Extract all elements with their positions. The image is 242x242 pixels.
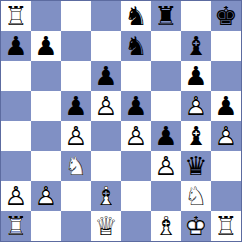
square-c2[interactable] [61, 181, 91, 211]
white-pawn: ♟♙ [181, 91, 211, 121]
white-pawn: ♟♙ [91, 91, 121, 121]
square-h1[interactable]: ♜♖ [211, 211, 241, 241]
square-d3[interactable] [91, 151, 121, 181]
square-f4[interactable]: ♟ [151, 121, 181, 151]
white-rook: ♜♖ [1, 211, 31, 241]
square-g2[interactable]: ♞♘ [181, 181, 211, 211]
square-e1[interactable] [121, 211, 151, 241]
square-g1[interactable]: ♚♔ [181, 211, 211, 241]
square-a7[interactable]: ♟ [1, 31, 31, 61]
square-c3[interactable]: ♞♘ [61, 151, 91, 181]
square-b2[interactable]: ♟♙ [31, 181, 61, 211]
white-queen: ♛♕ [91, 211, 121, 241]
square-g3[interactable]: ♛ [181, 151, 211, 181]
white-pawn: ♟♙ [211, 121, 241, 151]
square-f2[interactable] [151, 181, 181, 211]
square-a2[interactable]: ♟♙ [1, 181, 31, 211]
black-knight: ♞ [121, 1, 151, 31]
square-c4[interactable]: ♟♙ [61, 121, 91, 151]
square-h6[interactable] [211, 61, 241, 91]
white-pawn: ♟♙ [1, 181, 31, 211]
square-b5[interactable] [31, 91, 61, 121]
square-h3[interactable] [211, 151, 241, 181]
square-g4[interactable]: ♝ [181, 121, 211, 151]
square-e2[interactable] [121, 181, 151, 211]
white-pawn: ♟♙ [121, 121, 151, 151]
square-f7[interactable] [151, 31, 181, 61]
square-e6[interactable] [121, 61, 151, 91]
square-h5[interactable]: ♟ [211, 91, 241, 121]
square-e3[interactable] [121, 151, 151, 181]
square-e8[interactable]: ♞ [121, 1, 151, 31]
square-g5[interactable]: ♟♙ [181, 91, 211, 121]
square-d1[interactable]: ♛♕ [91, 211, 121, 241]
chess-board: ♜♖♞♜♚♟♟♞♝♟♟♟♟♙♟♟♙♟♟♙♟♙♟♝♟♙♞♘♟♙♛♟♙♟♙♝♗♞♘♜… [0, 0, 242, 242]
square-f1[interactable]: ♝♗ [151, 211, 181, 241]
square-d6[interactable]: ♟ [91, 61, 121, 91]
white-pawn: ♟♙ [31, 181, 61, 211]
black-pawn: ♟ [31, 31, 61, 61]
square-d5[interactable]: ♟♙ [91, 91, 121, 121]
black-rook: ♜ [151, 1, 181, 31]
square-g8[interactable] [181, 1, 211, 31]
black-pawn: ♟ [181, 61, 211, 91]
square-e7[interactable]: ♞ [121, 31, 151, 61]
square-d8[interactable] [91, 1, 121, 31]
black-king: ♚ [211, 1, 241, 31]
square-a8[interactable]: ♜♖ [1, 1, 31, 31]
square-f6[interactable] [151, 61, 181, 91]
square-a6[interactable] [1, 61, 31, 91]
square-c1[interactable] [61, 211, 91, 241]
square-h8[interactable]: ♚ [211, 1, 241, 31]
white-rook: ♜♖ [1, 1, 31, 31]
black-bishop: ♝ [181, 121, 211, 151]
square-f8[interactable]: ♜ [151, 1, 181, 31]
square-h4[interactable]: ♟♙ [211, 121, 241, 151]
square-f3[interactable]: ♟♙ [151, 151, 181, 181]
square-f5[interactable] [151, 91, 181, 121]
black-pawn: ♟ [61, 91, 91, 121]
square-c7[interactable] [61, 31, 91, 61]
white-bishop: ♝♗ [91, 181, 121, 211]
black-pawn: ♟ [121, 91, 151, 121]
square-d7[interactable] [91, 31, 121, 61]
black-pawn: ♟ [151, 121, 181, 151]
black-pawn: ♟ [1, 31, 31, 61]
white-bishop: ♝♗ [151, 211, 181, 241]
square-a4[interactable] [1, 121, 31, 151]
white-pawn: ♟♙ [61, 121, 91, 151]
square-b1[interactable] [31, 211, 61, 241]
square-b3[interactable] [31, 151, 61, 181]
square-a5[interactable] [1, 91, 31, 121]
black-queen: ♛ [181, 151, 211, 181]
square-d2[interactable]: ♝♗ [91, 181, 121, 211]
white-rook: ♜♖ [211, 211, 241, 241]
square-d4[interactable] [91, 121, 121, 151]
white-pawn: ♟♙ [151, 151, 181, 181]
black-bishop: ♝ [181, 31, 211, 61]
square-h2[interactable] [211, 181, 241, 211]
square-a1[interactable]: ♜♖ [1, 211, 31, 241]
square-b7[interactable]: ♟ [31, 31, 61, 61]
square-e5[interactable]: ♟ [121, 91, 151, 121]
square-b4[interactable] [31, 121, 61, 151]
black-knight: ♞ [121, 31, 151, 61]
square-g6[interactable]: ♟ [181, 61, 211, 91]
square-h7[interactable] [211, 31, 241, 61]
black-pawn: ♟ [211, 91, 241, 121]
white-king: ♚♔ [181, 211, 211, 241]
square-b8[interactable] [31, 1, 61, 31]
square-g7[interactable]: ♝ [181, 31, 211, 61]
square-b6[interactable] [31, 61, 61, 91]
square-c8[interactable] [61, 1, 91, 31]
black-pawn: ♟ [91, 61, 121, 91]
square-e4[interactable]: ♟♙ [121, 121, 151, 151]
square-a3[interactable] [1, 151, 31, 181]
square-c6[interactable] [61, 61, 91, 91]
chess-board-container: ♜♖♞♜♚♟♟♞♝♟♟♟♟♙♟♟♙♟♟♙♟♙♟♝♟♙♞♘♟♙♛♟♙♟♙♝♗♞♘♜… [0, 0, 242, 242]
white-knight: ♞♘ [181, 181, 211, 211]
white-knight: ♞♘ [61, 151, 91, 181]
square-c5[interactable]: ♟ [61, 91, 91, 121]
